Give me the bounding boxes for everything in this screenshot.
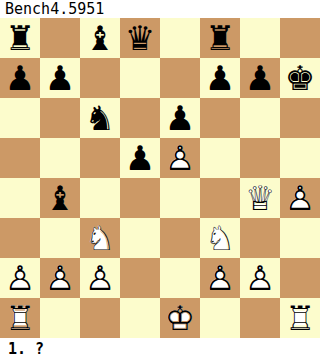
square-c3[interactable]: ♞♘ [80, 218, 120, 258]
square-g7[interactable]: ♟ [240, 58, 280, 98]
square-c7[interactable] [80, 58, 120, 98]
piece-white-rook-outline: ♖ [0, 298, 40, 338]
piece-black-rook[interactable]: ♜ [200, 18, 240, 58]
square-c6[interactable]: ♞ [80, 98, 120, 138]
piece-white-pawn-outline: ♙ [200, 258, 240, 298]
square-b4[interactable]: ♝ [40, 178, 80, 218]
square-f5[interactable] [200, 138, 240, 178]
square-g2[interactable]: ♟♙ [240, 258, 280, 298]
piece-white-rook-outline: ♖ [280, 298, 320, 338]
square-c2[interactable]: ♟♙ [80, 258, 120, 298]
square-h5[interactable] [280, 138, 320, 178]
chess-app-window: Bench4.5951 ♜♝♛♜♟♟♟♟♚♞♟♟♟♙♝♛♕♟♙♞♘♞♘♟♙♟♙♟… [0, 0, 320, 360]
square-d7[interactable] [120, 58, 160, 98]
piece-white-rook[interactable]: ♜♖ [0, 298, 40, 338]
square-c8[interactable]: ♝ [80, 18, 120, 58]
piece-white-pawn-outline: ♙ [0, 258, 40, 298]
square-g4[interactable]: ♛♕ [240, 178, 280, 218]
square-h7[interactable]: ♚ [280, 58, 320, 98]
square-a4[interactable] [0, 178, 40, 218]
square-g3[interactable] [240, 218, 280, 258]
square-g5[interactable] [240, 138, 280, 178]
square-f8[interactable]: ♜ [200, 18, 240, 58]
square-b8[interactable] [40, 18, 80, 58]
square-h3[interactable] [280, 218, 320, 258]
piece-white-pawn[interactable]: ♟♙ [280, 178, 320, 218]
square-d4[interactable] [120, 178, 160, 218]
square-f7[interactable]: ♟ [200, 58, 240, 98]
piece-white-pawn[interactable]: ♟♙ [160, 138, 200, 178]
square-f2[interactable]: ♟♙ [200, 258, 240, 298]
square-c5[interactable] [80, 138, 120, 178]
square-h6[interactable] [280, 98, 320, 138]
square-d5[interactable]: ♟ [120, 138, 160, 178]
piece-white-queen-outline: ♕ [240, 178, 280, 218]
piece-black-knight[interactable]: ♞ [80, 98, 120, 138]
piece-black-king[interactable]: ♚ [280, 58, 320, 98]
square-h1[interactable]: ♜♖ [280, 298, 320, 338]
square-e8[interactable] [160, 18, 200, 58]
piece-white-pawn[interactable]: ♟♙ [200, 258, 240, 298]
square-g1[interactable] [240, 298, 280, 338]
piece-white-pawn-outline: ♙ [40, 258, 80, 298]
square-a2[interactable]: ♟♙ [0, 258, 40, 298]
piece-white-pawn-outline: ♙ [80, 258, 120, 298]
square-e5[interactable]: ♟♙ [160, 138, 200, 178]
square-f4[interactable] [200, 178, 240, 218]
square-e1[interactable]: ♚♔ [160, 298, 200, 338]
square-h8[interactable] [280, 18, 320, 58]
square-b7[interactable]: ♟ [40, 58, 80, 98]
square-c4[interactable] [80, 178, 120, 218]
square-b1[interactable] [40, 298, 80, 338]
square-f1[interactable] [200, 298, 240, 338]
window-title: Bench4.5951 [5, 0, 104, 18]
chess-board: ♜♝♛♜♟♟♟♟♚♞♟♟♟♙♝♛♕♟♙♞♘♞♘♟♙♟♙♟♙♟♙♟♙♜♖♚♔♜♖ [0, 18, 320, 338]
move-prompt: 1. ? [8, 340, 44, 358]
piece-black-rook[interactable]: ♜ [0, 18, 40, 58]
square-b5[interactable] [40, 138, 80, 178]
square-a8[interactable]: ♜ [0, 18, 40, 58]
square-g8[interactable] [240, 18, 280, 58]
square-a1[interactable]: ♜♖ [0, 298, 40, 338]
piece-black-pawn[interactable]: ♟ [240, 58, 280, 98]
square-c1[interactable] [80, 298, 120, 338]
piece-black-pawn[interactable]: ♟ [40, 58, 80, 98]
piece-white-knight-outline: ♘ [200, 218, 240, 258]
square-g6[interactable] [240, 98, 280, 138]
square-d1[interactable] [120, 298, 160, 338]
piece-white-knight[interactable]: ♞♘ [80, 218, 120, 258]
square-d6[interactable] [120, 98, 160, 138]
piece-white-pawn[interactable]: ♟♙ [80, 258, 120, 298]
square-b6[interactable] [40, 98, 80, 138]
piece-white-pawn[interactable]: ♟♙ [0, 258, 40, 298]
square-d2[interactable] [120, 258, 160, 298]
piece-black-pawn[interactable]: ♟ [120, 138, 160, 178]
piece-black-pawn[interactable]: ♟ [160, 98, 200, 138]
square-d8[interactable]: ♛ [120, 18, 160, 58]
piece-white-rook[interactable]: ♜♖ [280, 298, 320, 338]
piece-white-pawn[interactable]: ♟♙ [40, 258, 80, 298]
square-d3[interactable] [120, 218, 160, 258]
square-a7[interactable]: ♟ [0, 58, 40, 98]
piece-black-bishop[interactable]: ♝ [40, 178, 80, 218]
square-e2[interactable] [160, 258, 200, 298]
title-bar: Bench4.5951 [0, 0, 320, 18]
piece-white-king[interactable]: ♚♔ [160, 298, 200, 338]
square-a5[interactable] [0, 138, 40, 178]
square-b2[interactable]: ♟♙ [40, 258, 80, 298]
piece-white-pawn-outline: ♙ [240, 258, 280, 298]
square-h2[interactable] [280, 258, 320, 298]
piece-white-king-outline: ♔ [160, 298, 200, 338]
square-e6[interactable]: ♟ [160, 98, 200, 138]
square-f3[interactable]: ♞♘ [200, 218, 240, 258]
piece-black-pawn[interactable]: ♟ [0, 58, 40, 98]
square-h4[interactable]: ♟♙ [280, 178, 320, 218]
square-f6[interactable] [200, 98, 240, 138]
piece-black-bishop[interactable]: ♝ [80, 18, 120, 58]
piece-black-queen[interactable]: ♛ [120, 18, 160, 58]
square-a3[interactable] [0, 218, 40, 258]
piece-white-knight[interactable]: ♞♘ [200, 218, 240, 258]
piece-white-pawn[interactable]: ♟♙ [240, 258, 280, 298]
square-b3[interactable] [40, 218, 80, 258]
piece-white-queen[interactable]: ♛♕ [240, 178, 280, 218]
status-bar: 1. ? [0, 338, 320, 360]
piece-white-pawn-outline: ♙ [280, 178, 320, 218]
square-a6[interactable] [0, 98, 40, 138]
piece-white-knight-outline: ♘ [80, 218, 120, 258]
square-e4[interactable] [160, 178, 200, 218]
square-e7[interactable] [160, 58, 200, 98]
square-e3[interactable] [160, 218, 200, 258]
piece-white-pawn-outline: ♙ [160, 138, 200, 178]
piece-black-pawn[interactable]: ♟ [200, 58, 240, 98]
